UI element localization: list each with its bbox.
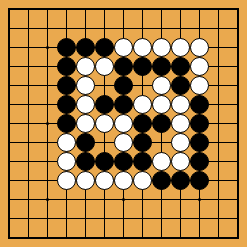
board-intersection[interactable] (171, 95, 190, 114)
board-intersection[interactable] (38, 114, 57, 133)
board-intersection[interactable] (209, 114, 228, 133)
board-intersection[interactable] (190, 133, 209, 152)
board-intersection[interactable] (0, 152, 19, 171)
black-stone[interactable] (76, 133, 95, 152)
board-intersection[interactable] (76, 38, 95, 57)
board-intersection[interactable] (114, 0, 133, 19)
black-stone[interactable] (133, 152, 152, 171)
board-intersection[interactable] (19, 76, 38, 95)
black-stone[interactable] (57, 76, 76, 95)
board-intersection[interactable] (228, 171, 247, 190)
board-intersection[interactable] (171, 152, 190, 171)
white-stone[interactable] (114, 171, 133, 190)
board-intersection[interactable] (57, 114, 76, 133)
black-stone[interactable] (190, 152, 209, 171)
board-intersection[interactable] (0, 38, 19, 57)
board-intersection[interactable] (38, 0, 57, 19)
board-intersection[interactable] (152, 19, 171, 38)
black-stone[interactable] (190, 95, 209, 114)
board-intersection[interactable] (209, 152, 228, 171)
board-intersection[interactable] (209, 0, 228, 19)
board-intersection[interactable] (171, 228, 190, 247)
board-intersection[interactable] (114, 76, 133, 95)
board-intersection[interactable] (95, 0, 114, 19)
board-intersection[interactable] (152, 95, 171, 114)
board-intersection[interactable] (57, 76, 76, 95)
white-stone[interactable] (114, 114, 133, 133)
black-stone[interactable] (114, 152, 133, 171)
board-intersection[interactable] (95, 228, 114, 247)
board-intersection[interactable] (190, 114, 209, 133)
white-stone[interactable] (190, 76, 209, 95)
white-stone[interactable] (76, 171, 95, 190)
board-intersection[interactable] (38, 76, 57, 95)
board-intersection[interactable] (209, 133, 228, 152)
board-intersection[interactable] (133, 76, 152, 95)
black-stone[interactable] (57, 114, 76, 133)
black-stone[interactable] (190, 114, 209, 133)
board-intersection[interactable] (0, 228, 19, 247)
board-intersection[interactable] (152, 171, 171, 190)
board-intersection[interactable] (76, 114, 95, 133)
board-intersection[interactable] (228, 0, 247, 19)
board-intersection[interactable] (114, 114, 133, 133)
board-intersection[interactable] (76, 57, 95, 76)
white-stone[interactable] (76, 57, 95, 76)
board-intersection[interactable] (38, 19, 57, 38)
board-intersection[interactable] (19, 133, 38, 152)
black-stone[interactable] (152, 57, 171, 76)
board-intersection[interactable] (76, 209, 95, 228)
board-intersection[interactable] (38, 190, 57, 209)
board-intersection[interactable] (0, 133, 19, 152)
board-intersection[interactable] (228, 133, 247, 152)
board-intersection[interactable] (19, 57, 38, 76)
board-intersection[interactable] (152, 152, 171, 171)
board-intersection[interactable] (228, 152, 247, 171)
white-stone[interactable] (190, 57, 209, 76)
board-intersection[interactable] (133, 38, 152, 57)
black-stone[interactable] (95, 152, 114, 171)
board-intersection[interactable] (0, 209, 19, 228)
board-intersection[interactable] (19, 190, 38, 209)
board-intersection[interactable] (152, 0, 171, 19)
board-intersection[interactable] (114, 57, 133, 76)
board-intersection[interactable] (19, 114, 38, 133)
board-intersection[interactable] (152, 228, 171, 247)
board-intersection[interactable] (152, 76, 171, 95)
board-intersection[interactable] (171, 76, 190, 95)
board-intersection[interactable] (133, 209, 152, 228)
board-intersection[interactable] (171, 38, 190, 57)
board-intersection[interactable] (209, 171, 228, 190)
board-intersection[interactable] (57, 133, 76, 152)
board-intersection[interactable] (76, 19, 95, 38)
board-intersection[interactable] (38, 209, 57, 228)
board-intersection[interactable] (133, 190, 152, 209)
white-stone[interactable] (171, 133, 190, 152)
board-intersection[interactable] (57, 228, 76, 247)
board-intersection[interactable] (19, 152, 38, 171)
white-stone[interactable] (133, 38, 152, 57)
white-stone[interactable] (76, 76, 95, 95)
board-intersection[interactable] (209, 38, 228, 57)
board-intersection[interactable] (114, 152, 133, 171)
board-intersection[interactable] (76, 0, 95, 19)
white-stone[interactable] (152, 152, 171, 171)
board-intersection[interactable] (114, 38, 133, 57)
board-intersection[interactable] (133, 171, 152, 190)
board-intersection[interactable] (228, 76, 247, 95)
board-intersection[interactable] (209, 19, 228, 38)
board-intersection[interactable] (152, 57, 171, 76)
board-intersection[interactable] (0, 0, 19, 19)
black-stone[interactable] (76, 152, 95, 171)
board-intersection[interactable] (152, 114, 171, 133)
board-intersection[interactable] (114, 209, 133, 228)
black-stone[interactable] (133, 114, 152, 133)
board-intersection[interactable] (171, 190, 190, 209)
board-intersection[interactable] (95, 19, 114, 38)
board-intersection[interactable] (38, 228, 57, 247)
board-intersection[interactable] (76, 190, 95, 209)
white-stone[interactable] (133, 95, 152, 114)
board-intersection[interactable] (190, 76, 209, 95)
board-intersection[interactable] (228, 57, 247, 76)
white-stone[interactable] (57, 133, 76, 152)
black-stone[interactable] (114, 57, 133, 76)
board-grid[interactable] (0, 0, 247, 247)
board-intersection[interactable] (95, 171, 114, 190)
board-intersection[interactable] (19, 209, 38, 228)
black-stone[interactable] (95, 95, 114, 114)
board-intersection[interactable] (171, 0, 190, 19)
board-intersection[interactable] (38, 171, 57, 190)
board-intersection[interactable] (95, 95, 114, 114)
board-intersection[interactable] (190, 95, 209, 114)
board-intersection[interactable] (190, 38, 209, 57)
white-stone[interactable] (171, 152, 190, 171)
board-intersection[interactable] (133, 152, 152, 171)
white-stone[interactable] (152, 76, 171, 95)
board-intersection[interactable] (57, 209, 76, 228)
board-intersection[interactable] (38, 133, 57, 152)
board-intersection[interactable] (38, 57, 57, 76)
board-intersection[interactable] (114, 171, 133, 190)
board-intersection[interactable] (152, 190, 171, 209)
board-intersection[interactable] (95, 152, 114, 171)
board-intersection[interactable] (152, 133, 171, 152)
board-intersection[interactable] (209, 209, 228, 228)
board-intersection[interactable] (19, 228, 38, 247)
board-intersection[interactable] (38, 152, 57, 171)
board-intersection[interactable] (0, 95, 19, 114)
board-intersection[interactable] (114, 133, 133, 152)
black-stone[interactable] (171, 76, 190, 95)
board-intersection[interactable] (228, 114, 247, 133)
black-stone[interactable] (76, 38, 95, 57)
white-stone[interactable] (76, 114, 95, 133)
board-intersection[interactable] (190, 171, 209, 190)
black-stone[interactable] (57, 57, 76, 76)
board-intersection[interactable] (228, 19, 247, 38)
black-stone[interactable] (171, 57, 190, 76)
white-stone[interactable] (57, 171, 76, 190)
go-board-diagram (0, 0, 247, 247)
board-intersection[interactable] (133, 133, 152, 152)
board-intersection[interactable] (95, 76, 114, 95)
board-intersection[interactable] (19, 0, 38, 19)
black-stone[interactable] (152, 171, 171, 190)
board-intersection[interactable] (133, 57, 152, 76)
board-intersection[interactable] (95, 38, 114, 57)
board-intersection[interactable] (76, 171, 95, 190)
board-intersection[interactable] (152, 38, 171, 57)
board-intersection[interactable] (171, 57, 190, 76)
board-intersection[interactable] (57, 38, 76, 57)
white-stone[interactable] (190, 38, 209, 57)
board-intersection[interactable] (228, 38, 247, 57)
board-intersection[interactable] (114, 190, 133, 209)
white-stone[interactable] (152, 95, 171, 114)
board-intersection[interactable] (38, 38, 57, 57)
board-intersection[interactable] (190, 152, 209, 171)
board-intersection[interactable] (228, 228, 247, 247)
board-intersection[interactable] (95, 57, 114, 76)
white-stone[interactable] (95, 114, 114, 133)
board-intersection[interactable] (57, 171, 76, 190)
black-stone[interactable] (190, 133, 209, 152)
board-intersection[interactable] (133, 0, 152, 19)
board-intersection[interactable] (57, 19, 76, 38)
white-stone[interactable] (114, 133, 133, 152)
board-intersection[interactable] (133, 228, 152, 247)
board-intersection[interactable] (209, 76, 228, 95)
board-intersection[interactable] (190, 57, 209, 76)
black-stone[interactable] (95, 38, 114, 57)
board-intersection[interactable] (0, 114, 19, 133)
board-intersection[interactable] (152, 209, 171, 228)
board-intersection[interactable] (57, 95, 76, 114)
board-intersection[interactable] (190, 0, 209, 19)
white-stone[interactable] (95, 57, 114, 76)
board-intersection[interactable] (114, 19, 133, 38)
board-intersection[interactable] (0, 19, 19, 38)
board-intersection[interactable] (190, 228, 209, 247)
white-stone[interactable] (57, 152, 76, 171)
board-intersection[interactable] (76, 152, 95, 171)
board-intersection[interactable] (228, 209, 247, 228)
board-intersection[interactable] (19, 19, 38, 38)
board-intersection[interactable] (209, 190, 228, 209)
board-intersection[interactable] (171, 171, 190, 190)
board-intersection[interactable] (57, 57, 76, 76)
board-intersection[interactable] (0, 76, 19, 95)
black-stone[interactable] (152, 114, 171, 133)
board-intersection[interactable] (171, 19, 190, 38)
board-intersection[interactable] (133, 114, 152, 133)
board-intersection[interactable] (95, 190, 114, 209)
board-intersection[interactable] (171, 133, 190, 152)
board-intersection[interactable] (57, 152, 76, 171)
white-stone[interactable] (171, 114, 190, 133)
board-intersection[interactable] (190, 19, 209, 38)
board-intersection[interactable] (133, 19, 152, 38)
board-intersection[interactable] (114, 228, 133, 247)
board-intersection[interactable] (0, 57, 19, 76)
white-stone[interactable] (133, 171, 152, 190)
board-intersection[interactable] (38, 95, 57, 114)
board-intersection[interactable] (95, 133, 114, 152)
black-stone[interactable] (57, 95, 76, 114)
black-stone[interactable] (57, 38, 76, 57)
black-stone[interactable] (114, 95, 133, 114)
board-intersection[interactable] (190, 209, 209, 228)
board-intersection[interactable] (209, 57, 228, 76)
board-intersection[interactable] (57, 190, 76, 209)
board-intersection[interactable] (19, 38, 38, 57)
board-intersection[interactable] (76, 95, 95, 114)
board-intersection[interactable] (0, 171, 19, 190)
white-stone[interactable] (95, 171, 114, 190)
board-intersection[interactable] (19, 171, 38, 190)
board-intersection[interactable] (0, 190, 19, 209)
board-intersection[interactable] (209, 95, 228, 114)
board-intersection[interactable] (114, 95, 133, 114)
white-stone[interactable] (171, 95, 190, 114)
black-stone[interactable] (190, 171, 209, 190)
board-intersection[interactable] (76, 133, 95, 152)
board-intersection[interactable] (228, 190, 247, 209)
board-intersection[interactable] (190, 190, 209, 209)
board-intersection[interactable] (19, 95, 38, 114)
board-intersection[interactable] (133, 95, 152, 114)
board-intersection[interactable] (95, 209, 114, 228)
white-stone[interactable] (114, 38, 133, 57)
black-stone[interactable] (133, 57, 152, 76)
black-stone[interactable] (171, 171, 190, 190)
board-intersection[interactable] (209, 228, 228, 247)
board-intersection[interactable] (228, 95, 247, 114)
white-stone[interactable] (152, 38, 171, 57)
white-stone[interactable] (76, 95, 95, 114)
board-intersection[interactable] (171, 114, 190, 133)
board-intersection[interactable] (76, 228, 95, 247)
board-intersection[interactable] (76, 76, 95, 95)
white-stone[interactable] (171, 38, 190, 57)
black-stone[interactable] (114, 76, 133, 95)
board-intersection[interactable] (95, 114, 114, 133)
black-stone[interactable] (133, 133, 152, 152)
board-intersection[interactable] (171, 209, 190, 228)
board-intersection[interactable] (57, 0, 76, 19)
